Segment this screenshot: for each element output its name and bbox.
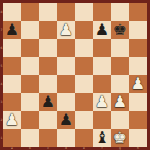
square-f2[interactable]	[93, 111, 111, 129]
square-e3[interactable]	[75, 93, 93, 111]
file-label-f: f	[93, 147, 111, 150]
piece-black-king: ♚	[113, 21, 127, 39]
chess-board: 87654321 abcdefgh ♟♟♟♚♟♟♟♟♟♟♝♚	[0, 0, 150, 150]
square-e8[interactable]	[75, 3, 93, 21]
square-a3[interactable]	[3, 93, 21, 111]
square-d8[interactable]	[57, 3, 75, 21]
square-d3[interactable]	[57, 93, 75, 111]
piece-black-pawn: ♟	[59, 111, 73, 129]
square-g5[interactable]	[111, 57, 129, 75]
square-e4[interactable]	[75, 75, 93, 93]
square-c1[interactable]	[39, 129, 57, 147]
square-f6[interactable]	[93, 39, 111, 57]
piece-white-pawn: ♟	[59, 21, 73, 39]
piece-black-bishop: ♝	[95, 129, 109, 147]
square-a2[interactable]: ♟	[3, 111, 21, 129]
square-b5[interactable]	[21, 57, 39, 75]
board-grid: ♟♟♟♚♟♟♟♟♟♟♝♚	[3, 3, 147, 147]
square-e1[interactable]	[75, 129, 93, 147]
piece-black-pawn: ♟	[5, 21, 19, 39]
square-f5[interactable]	[93, 57, 111, 75]
file-label-b: b	[21, 147, 39, 150]
square-c7[interactable]	[39, 21, 57, 39]
square-c3[interactable]: ♟	[39, 93, 57, 111]
square-f7[interactable]: ♟	[93, 21, 111, 39]
square-b1[interactable]	[21, 129, 39, 147]
piece-white-pawn: ♟	[95, 93, 109, 111]
square-e5[interactable]	[75, 57, 93, 75]
square-d4[interactable]	[57, 75, 75, 93]
square-g1[interactable]: ♚	[111, 129, 129, 147]
square-f4[interactable]	[93, 75, 111, 93]
square-a4[interactable]	[3, 75, 21, 93]
square-d1[interactable]	[57, 129, 75, 147]
square-h1[interactable]	[129, 129, 147, 147]
square-e7[interactable]	[75, 21, 93, 39]
square-d7[interactable]: ♟	[57, 21, 75, 39]
square-b8[interactable]	[21, 3, 39, 21]
square-h8[interactable]	[129, 3, 147, 21]
square-h3[interactable]	[129, 93, 147, 111]
square-g4[interactable]	[111, 75, 129, 93]
square-c6[interactable]	[39, 39, 57, 57]
file-label-e: e	[75, 147, 93, 150]
square-c5[interactable]	[39, 57, 57, 75]
square-e2[interactable]	[75, 111, 93, 129]
square-a8[interactable]	[3, 3, 21, 21]
piece-white-king: ♚	[113, 129, 127, 147]
piece-white-pawn: ♟	[131, 75, 145, 93]
square-d5[interactable]	[57, 57, 75, 75]
square-c8[interactable]	[39, 3, 57, 21]
file-label-c: c	[39, 147, 57, 150]
square-f1[interactable]: ♝	[93, 129, 111, 147]
square-b3[interactable]	[21, 93, 39, 111]
square-f3[interactable]: ♟	[93, 93, 111, 111]
square-c4[interactable]	[39, 75, 57, 93]
square-b7[interactable]	[21, 21, 39, 39]
square-b6[interactable]	[21, 39, 39, 57]
square-h6[interactable]	[129, 39, 147, 57]
square-a5[interactable]	[3, 57, 21, 75]
square-b2[interactable]	[21, 111, 39, 129]
square-h2[interactable]	[129, 111, 147, 129]
square-g6[interactable]	[111, 39, 129, 57]
square-h4[interactable]: ♟	[129, 75, 147, 93]
square-h7[interactable]	[129, 21, 147, 39]
square-a6[interactable]	[3, 39, 21, 57]
piece-black-pawn: ♟	[95, 21, 109, 39]
file-coordinates: abcdefgh	[3, 147, 147, 150]
square-f8[interactable]	[93, 3, 111, 21]
file-label-h: h	[129, 147, 147, 150]
file-label-g: g	[111, 147, 129, 150]
square-g8[interactable]	[111, 3, 129, 21]
piece-white-pawn: ♟	[113, 93, 127, 111]
square-h5[interactable]	[129, 57, 147, 75]
square-b4[interactable]	[21, 75, 39, 93]
square-e6[interactable]	[75, 39, 93, 57]
piece-white-pawn: ♟	[5, 111, 19, 129]
square-d6[interactable]	[57, 39, 75, 57]
file-label-d: d	[57, 147, 75, 150]
square-g2[interactable]	[111, 111, 129, 129]
file-label-a: a	[3, 147, 21, 150]
piece-black-pawn: ♟	[41, 93, 55, 111]
square-a1[interactable]	[3, 129, 21, 147]
square-g3[interactable]: ♟	[111, 93, 129, 111]
square-c2[interactable]	[39, 111, 57, 129]
square-a7[interactable]: ♟	[3, 21, 21, 39]
square-d2[interactable]: ♟	[57, 111, 75, 129]
square-g7[interactable]: ♚	[111, 21, 129, 39]
